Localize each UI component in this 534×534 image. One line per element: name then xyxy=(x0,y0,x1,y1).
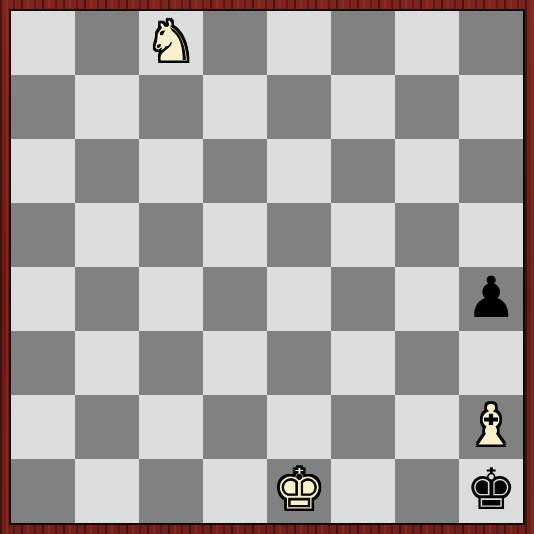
square-b4[interactable] xyxy=(75,267,139,331)
square-f3[interactable] xyxy=(331,331,395,395)
board: ♞♟♝♚♚ xyxy=(9,9,525,525)
white-king[interactable]: ♚ xyxy=(273,461,324,518)
square-e7[interactable] xyxy=(267,75,331,139)
square-d5[interactable] xyxy=(203,203,267,267)
square-h7[interactable] xyxy=(459,75,523,139)
square-b3[interactable] xyxy=(75,331,139,395)
white-knight[interactable]: ♞ xyxy=(145,13,196,70)
square-g2[interactable] xyxy=(395,395,459,459)
square-b2[interactable] xyxy=(75,395,139,459)
square-d3[interactable] xyxy=(203,331,267,395)
square-d6[interactable] xyxy=(203,139,267,203)
square-a1[interactable] xyxy=(11,459,75,523)
square-f4[interactable] xyxy=(331,267,395,331)
square-c7[interactable] xyxy=(139,75,203,139)
square-a7[interactable] xyxy=(11,75,75,139)
square-h8[interactable] xyxy=(459,11,523,75)
square-e8[interactable] xyxy=(267,11,331,75)
square-f7[interactable] xyxy=(331,75,395,139)
square-g5[interactable] xyxy=(395,203,459,267)
square-a2[interactable] xyxy=(11,395,75,459)
board-frame: ♞♟♝♚♚ xyxy=(0,0,534,534)
square-h1[interactable]: ♚ xyxy=(459,459,523,523)
square-g3[interactable] xyxy=(395,331,459,395)
square-f5[interactable] xyxy=(331,203,395,267)
square-c4[interactable] xyxy=(139,267,203,331)
square-b7[interactable] xyxy=(75,75,139,139)
black-king[interactable]: ♚ xyxy=(465,461,516,518)
square-d7[interactable] xyxy=(203,75,267,139)
square-d8[interactable] xyxy=(203,11,267,75)
square-a8[interactable] xyxy=(11,11,75,75)
square-f6[interactable] xyxy=(331,139,395,203)
square-b5[interactable] xyxy=(75,203,139,267)
square-e2[interactable] xyxy=(267,395,331,459)
square-e6[interactable] xyxy=(267,139,331,203)
square-a3[interactable] xyxy=(11,331,75,395)
square-e1[interactable]: ♚ xyxy=(267,459,331,523)
square-f8[interactable] xyxy=(331,11,395,75)
square-h2[interactable]: ♝ xyxy=(459,395,523,459)
square-a6[interactable] xyxy=(11,139,75,203)
square-c1[interactable] xyxy=(139,459,203,523)
square-d4[interactable] xyxy=(203,267,267,331)
square-f1[interactable] xyxy=(331,459,395,523)
square-c8[interactable]: ♞ xyxy=(139,11,203,75)
square-e3[interactable] xyxy=(267,331,331,395)
square-h3[interactable] xyxy=(459,331,523,395)
square-g7[interactable] xyxy=(395,75,459,139)
square-b6[interactable] xyxy=(75,139,139,203)
square-e5[interactable] xyxy=(267,203,331,267)
square-b8[interactable] xyxy=(75,11,139,75)
square-c2[interactable] xyxy=(139,395,203,459)
square-c6[interactable] xyxy=(139,139,203,203)
square-a5[interactable] xyxy=(11,203,75,267)
white-bishop[interactable]: ♝ xyxy=(465,397,516,454)
square-b1[interactable] xyxy=(75,459,139,523)
square-h4[interactable]: ♟ xyxy=(459,267,523,331)
square-g8[interactable] xyxy=(395,11,459,75)
square-e4[interactable] xyxy=(267,267,331,331)
square-g1[interactable] xyxy=(395,459,459,523)
square-g4[interactable] xyxy=(395,267,459,331)
black-pawn[interactable]: ♟ xyxy=(465,269,516,326)
square-c5[interactable] xyxy=(139,203,203,267)
square-h5[interactable] xyxy=(459,203,523,267)
square-d2[interactable] xyxy=(203,395,267,459)
square-a4[interactable] xyxy=(11,267,75,331)
square-c3[interactable] xyxy=(139,331,203,395)
square-h6[interactable] xyxy=(459,139,523,203)
square-f2[interactable] xyxy=(331,395,395,459)
square-g6[interactable] xyxy=(395,139,459,203)
square-d1[interactable] xyxy=(203,459,267,523)
